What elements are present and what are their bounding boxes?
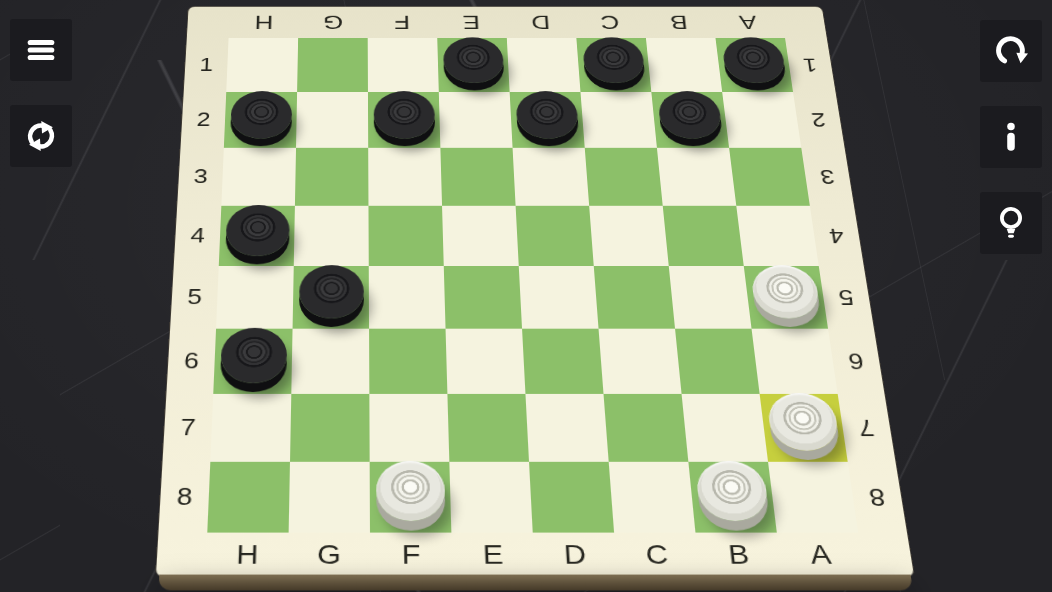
square-f5[interactable] [369, 266, 446, 329]
square-d3[interactable] [513, 148, 590, 206]
file-label-top-c: C [574, 7, 646, 38]
rank-label-right-6: 6 [828, 329, 884, 394]
piece-dark-f2[interactable] [373, 91, 435, 138]
square-c8[interactable] [609, 462, 696, 533]
square-a7[interactable] [760, 394, 848, 462]
rank-label-right-5: 5 [819, 266, 874, 329]
piece-dark-d2[interactable] [515, 91, 579, 138]
square-d4[interactable] [516, 206, 594, 266]
file-label-top-g: G [298, 7, 368, 38]
square-g2[interactable] [296, 92, 368, 148]
square-g5[interactable] [293, 266, 369, 329]
piece-dark-c1[interactable] [581, 37, 645, 83]
square-b3[interactable] [657, 148, 736, 206]
square-d7[interactable] [525, 394, 608, 462]
square-h6[interactable] [213, 329, 292, 394]
square-c5[interactable] [594, 266, 675, 329]
file-label-bottom-h: H [205, 533, 288, 577]
file-labels-bottom: HGFEDCBA [205, 533, 864, 577]
square-g8[interactable] [289, 462, 370, 533]
square-b5[interactable] [669, 266, 752, 329]
piece-white-b8[interactable] [694, 460, 769, 520]
square-f3[interactable] [368, 148, 442, 206]
piece-dark-b2[interactable] [656, 91, 722, 138]
square-c7[interactable] [604, 394, 689, 462]
rank-label-left-7: 7 [163, 394, 214, 462]
square-e3[interactable] [440, 148, 515, 206]
piece-dark-g5[interactable] [298, 265, 363, 318]
square-a5[interactable] [744, 266, 828, 329]
file-label-bottom-b: B [695, 533, 782, 577]
square-c1[interactable] [576, 38, 651, 92]
square-h3[interactable] [221, 148, 296, 206]
piece-dark-h4[interactable] [225, 205, 290, 256]
square-a2[interactable] [722, 92, 801, 148]
file-label-top-f: F [368, 7, 438, 38]
square-g4[interactable] [294, 206, 369, 266]
square-e8[interactable] [449, 462, 532, 533]
square-h8[interactable] [207, 462, 290, 533]
rank-label-right-4: 4 [810, 206, 864, 266]
file-label-bottom-g: G [288, 533, 370, 577]
piece-white-f8[interactable] [376, 460, 446, 520]
square-c2[interactable] [580, 92, 656, 148]
square-f2[interactable] [368, 92, 440, 148]
square-e1[interactable] [437, 38, 509, 92]
rank-label-right-2: 2 [793, 92, 845, 148]
redo-button[interactable] [980, 20, 1042, 82]
square-d8[interactable] [529, 462, 614, 533]
square-a8[interactable] [768, 462, 858, 533]
square-f7[interactable] [369, 394, 449, 462]
square-c6[interactable] [599, 329, 682, 394]
square-f6[interactable] [369, 329, 447, 394]
square-h1[interactable] [226, 38, 298, 92]
square-d2[interactable] [510, 92, 585, 148]
info-icon [991, 117, 1031, 157]
checkers-board: HGFEDCBA HGFEDCBA 12345678 12345678 [156, 7, 914, 577]
rank-label-left-2: 2 [181, 92, 227, 148]
square-h7[interactable] [210, 394, 291, 462]
square-d6[interactable] [522, 329, 603, 394]
rank-label-left-3: 3 [177, 148, 224, 206]
square-f1[interactable] [368, 38, 439, 92]
square-a6[interactable] [752, 329, 838, 394]
square-d5[interactable] [519, 266, 599, 329]
rank-label-left-8: 8 [158, 462, 210, 533]
rank-label-left-4: 4 [174, 206, 222, 266]
redo-icon [990, 30, 1032, 72]
square-b1[interactable] [646, 38, 722, 92]
menu-button[interactable] [10, 19, 72, 81]
square-g1[interactable] [297, 38, 368, 92]
file-label-bottom-f: F [370, 533, 453, 577]
rank-label-left-5: 5 [170, 266, 219, 329]
file-label-bottom-c: C [614, 533, 700, 577]
piece-dark-h6[interactable] [219, 327, 287, 382]
square-e5[interactable] [444, 266, 522, 329]
square-b4[interactable] [663, 206, 744, 266]
file-label-bottom-e: E [451, 533, 535, 577]
lightbulb-icon [991, 203, 1031, 243]
square-c4[interactable] [589, 206, 669, 266]
square-g7[interactable] [290, 394, 370, 462]
square-b7[interactable] [682, 394, 768, 462]
square-e4[interactable] [442, 206, 519, 266]
menu-icon [21, 30, 61, 70]
square-h5[interactable] [216, 266, 294, 329]
board-wrapper: HGFEDCBA HGFEDCBA 12345678 12345678 [0, 0, 1052, 592]
square-a3[interactable] [729, 148, 810, 206]
file-label-bottom-d: D [533, 533, 618, 577]
info-button[interactable] [980, 106, 1042, 168]
piece-white-a5[interactable] [749, 265, 821, 318]
hint-button[interactable] [980, 192, 1042, 254]
file-label-top-a: A [712, 7, 785, 38]
rank-label-right-1: 1 [785, 38, 835, 92]
piece-white-a7[interactable] [765, 393, 840, 451]
square-e6[interactable] [446, 329, 526, 394]
piece-dark-a1[interactable] [720, 37, 786, 83]
rank-label-left-6: 6 [166, 329, 216, 394]
file-label-top-e: E [436, 7, 506, 38]
rotate-board-button[interactable] [10, 105, 72, 167]
square-h4[interactable] [219, 206, 295, 266]
square-g6[interactable] [291, 329, 369, 394]
rank-label-right-3: 3 [801, 148, 854, 206]
board-grid [207, 38, 858, 533]
file-label-top-h: H [229, 7, 299, 38]
square-g3[interactable] [295, 148, 369, 206]
file-label-top-d: D [505, 7, 576, 38]
file-label-top-b: B [643, 7, 716, 38]
square-e7[interactable] [447, 394, 529, 462]
square-f8[interactable] [370, 462, 452, 533]
file-label-bottom-a: A [777, 533, 865, 577]
rotate-icon [20, 115, 62, 157]
square-a1[interactable] [715, 38, 793, 92]
square-b2[interactable] [651, 92, 729, 148]
file-labels-top: HGFEDCBA [229, 7, 785, 38]
square-c3[interactable] [585, 148, 663, 206]
piece-dark-e1[interactable] [442, 37, 504, 83]
square-f4[interactable] [368, 206, 443, 266]
piece-dark-h2[interactable] [230, 91, 292, 138]
square-b8[interactable] [688, 462, 776, 533]
square-a4[interactable] [736, 206, 818, 266]
board-side-edge [158, 575, 913, 591]
rank-label-left-1: 1 [184, 38, 229, 92]
square-e2[interactable] [439, 92, 513, 148]
square-d1[interactable] [507, 38, 581, 92]
square-b6[interactable] [675, 329, 760, 394]
square-h2[interactable] [224, 92, 297, 148]
